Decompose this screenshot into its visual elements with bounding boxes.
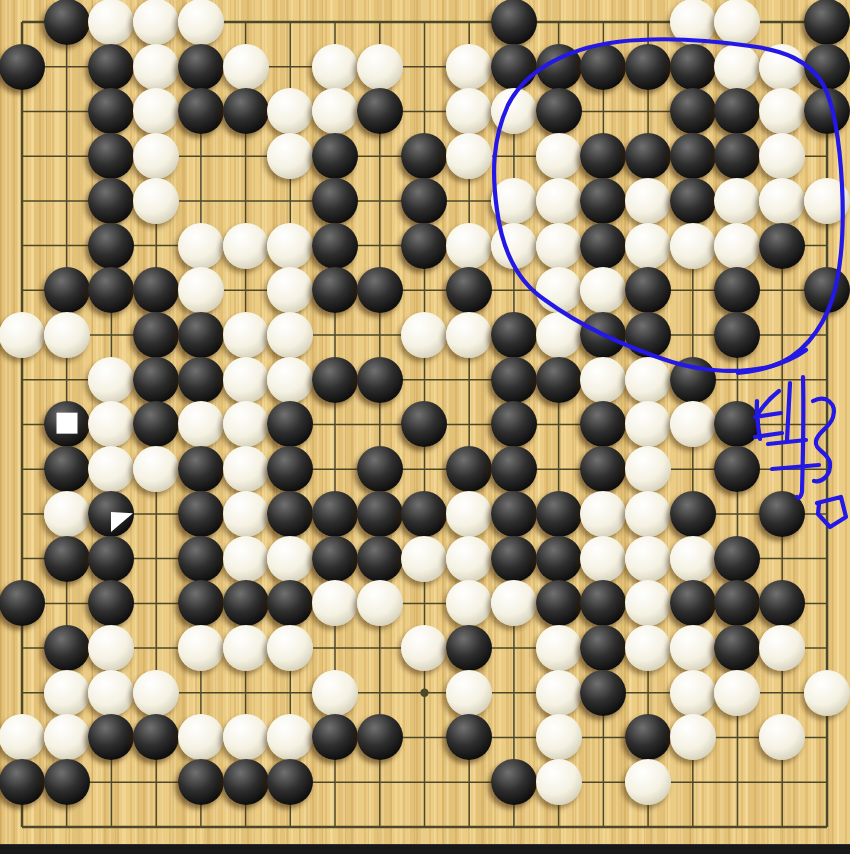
intersection-F12[interactable]	[223, 313, 268, 358]
intersection-D16[interactable]	[134, 134, 179, 179]
intersection-J6[interactable]	[357, 581, 402, 626]
intersection-F9[interactable]	[223, 447, 268, 492]
intersection-P16[interactable]	[626, 134, 671, 179]
intersection-J12[interactable]	[357, 313, 402, 358]
intersection-N7[interactable]	[536, 536, 581, 581]
intersection-E17[interactable]	[178, 89, 223, 134]
intersection-S18[interactable]	[760, 44, 805, 89]
intersection-J3[interactable]	[357, 715, 402, 760]
intersection-R14[interactable]	[715, 223, 760, 268]
intersection-N6[interactable]	[536, 581, 581, 626]
intersection-T18[interactable]	[805, 44, 850, 89]
intersection-H17[interactable]	[313, 89, 358, 134]
intersection-O4[interactable]	[581, 670, 626, 715]
intersection-D8[interactable]	[134, 492, 179, 537]
intersection-R10[interactable]	[715, 402, 760, 447]
intersection-S12[interactable]	[760, 313, 805, 358]
intersection-G15[interactable]	[268, 178, 313, 223]
intersection-S17[interactable]	[760, 89, 805, 134]
intersection-E3[interactable]	[178, 715, 223, 760]
intersection-K4[interactable]	[402, 670, 447, 715]
intersection-G6[interactable]	[268, 581, 313, 626]
intersection-L3[interactable]	[447, 715, 492, 760]
intersection-L6[interactable]	[447, 581, 492, 626]
intersection-T1[interactable]	[805, 805, 850, 850]
intersection-S10[interactable]	[760, 402, 805, 447]
intersection-A3[interactable]	[0, 715, 44, 760]
intersection-R17[interactable]	[715, 89, 760, 134]
intersection-J10[interactable]	[357, 402, 402, 447]
intersection-C2[interactable]	[89, 760, 134, 805]
intersection-O18[interactable]	[581, 44, 626, 89]
intersection-S1[interactable]	[760, 805, 805, 850]
intersection-G5[interactable]	[268, 626, 313, 671]
intersection-O6[interactable]	[581, 581, 626, 626]
intersection-Q4[interactable]	[670, 670, 715, 715]
intersection-G7[interactable]	[268, 536, 313, 581]
intersection-P13[interactable]	[626, 268, 671, 313]
intersection-K5[interactable]	[402, 626, 447, 671]
intersection-Q1[interactable]	[670, 805, 715, 850]
intersection-B15[interactable]	[44, 178, 89, 223]
intersection-C17[interactable]	[89, 89, 134, 134]
intersection-L19[interactable]	[447, 0, 492, 44]
intersection-N19[interactable]	[536, 0, 581, 44]
intersection-C5[interactable]	[89, 626, 134, 671]
intersection-E8[interactable]	[178, 492, 223, 537]
intersection-K19[interactable]	[402, 0, 447, 44]
intersection-C10[interactable]	[89, 402, 134, 447]
intersection-K8[interactable]	[402, 492, 447, 537]
intersection-Q11[interactable]	[670, 357, 715, 402]
intersection-G13[interactable]	[268, 268, 313, 313]
intersection-O5[interactable]	[581, 626, 626, 671]
intersection-B11[interactable]	[44, 357, 89, 402]
intersection-J14[interactable]	[357, 223, 402, 268]
intersection-F17[interactable]	[223, 89, 268, 134]
intersection-S9[interactable]	[760, 447, 805, 492]
intersection-P10[interactable]	[626, 402, 671, 447]
intersection-P9[interactable]	[626, 447, 671, 492]
intersection-A5[interactable]	[0, 626, 44, 671]
intersection-N17[interactable]	[536, 89, 581, 134]
intersection-F6[interactable]	[223, 581, 268, 626]
intersection-M15[interactable]	[492, 178, 537, 223]
intersection-R13[interactable]	[715, 268, 760, 313]
intersection-O8[interactable]	[581, 492, 626, 537]
intersection-G14[interactable]	[268, 223, 313, 268]
intersection-G8[interactable]	[268, 492, 313, 537]
intersection-N13[interactable]	[536, 268, 581, 313]
intersection-O3[interactable]	[581, 715, 626, 760]
intersection-P6[interactable]	[626, 581, 671, 626]
intersection-T4[interactable]	[805, 670, 850, 715]
intersection-Q16[interactable]	[670, 134, 715, 179]
intersection-M3[interactable]	[492, 715, 537, 760]
intersection-M8[interactable]	[492, 492, 537, 537]
intersection-L9[interactable]	[447, 447, 492, 492]
intersection-Q2[interactable]	[670, 760, 715, 805]
intersection-F4[interactable]	[223, 670, 268, 715]
intersection-F13[interactable]	[223, 268, 268, 313]
go-board[interactable]	[0, 0, 849, 849]
intersection-O13[interactable]	[581, 268, 626, 313]
intersection-D9[interactable]	[134, 447, 179, 492]
intersection-J11[interactable]	[357, 357, 402, 402]
intersection-K18[interactable]	[402, 44, 447, 89]
intersection-E18[interactable]	[178, 44, 223, 89]
intersection-C18[interactable]	[89, 44, 134, 89]
intersection-T14[interactable]	[805, 223, 850, 268]
intersection-L1[interactable]	[447, 805, 492, 850]
intersection-F16[interactable]	[223, 134, 268, 179]
intersection-N14[interactable]	[536, 223, 581, 268]
intersection-G12[interactable]	[268, 313, 313, 358]
intersection-T6[interactable]	[805, 581, 850, 626]
intersection-B1[interactable]	[44, 805, 89, 850]
intersection-T3[interactable]	[805, 715, 850, 760]
intersection-S6[interactable]	[760, 581, 805, 626]
intersection-E15[interactable]	[178, 178, 223, 223]
intersection-E19[interactable]	[178, 0, 223, 44]
intersection-J15[interactable]	[357, 178, 402, 223]
intersection-K10[interactable]	[402, 402, 447, 447]
intersection-B2[interactable]	[44, 760, 89, 805]
intersection-D14[interactable]	[134, 223, 179, 268]
intersection-B12[interactable]	[44, 313, 89, 358]
intersection-C1[interactable]	[89, 805, 134, 850]
intersection-T7[interactable]	[805, 536, 850, 581]
intersection-D5[interactable]	[134, 626, 179, 671]
intersection-C6[interactable]	[89, 581, 134, 626]
intersection-L2[interactable]	[447, 760, 492, 805]
intersection-S8[interactable]	[760, 492, 805, 537]
intersection-T8[interactable]	[805, 492, 850, 537]
intersection-D2[interactable]	[134, 760, 179, 805]
intersection-S3[interactable]	[760, 715, 805, 760]
intersection-A4[interactable]	[0, 670, 44, 715]
intersection-B17[interactable]	[44, 89, 89, 134]
intersection-K13[interactable]	[402, 268, 447, 313]
intersection-R18[interactable]	[715, 44, 760, 89]
intersection-C7[interactable]	[89, 536, 134, 581]
intersection-H7[interactable]	[313, 536, 358, 581]
intersection-S5[interactable]	[760, 626, 805, 671]
intersection-P18[interactable]	[626, 44, 671, 89]
intersection-A18[interactable]	[0, 44, 44, 89]
intersection-R2[interactable]	[715, 760, 760, 805]
intersection-D7[interactable]	[134, 536, 179, 581]
intersection-P14[interactable]	[626, 223, 671, 268]
intersection-M17[interactable]	[492, 89, 537, 134]
intersection-M11[interactable]	[492, 357, 537, 402]
intersection-P11[interactable]	[626, 357, 671, 402]
intersection-C14[interactable]	[89, 223, 134, 268]
intersection-Q6[interactable]	[670, 581, 715, 626]
intersection-Q12[interactable]	[670, 313, 715, 358]
intersection-T5[interactable]	[805, 626, 850, 671]
intersection-N11[interactable]	[536, 357, 581, 402]
intersection-H9[interactable]	[313, 447, 358, 492]
intersection-Q13[interactable]	[670, 268, 715, 313]
intersection-N3[interactable]	[536, 715, 581, 760]
intersection-Q5[interactable]	[670, 626, 715, 671]
intersection-N12[interactable]	[536, 313, 581, 358]
intersection-K11[interactable]	[402, 357, 447, 402]
intersection-D4[interactable]	[134, 670, 179, 715]
intersection-Q8[interactable]	[670, 492, 715, 537]
intersection-G17[interactable]	[268, 89, 313, 134]
intersection-A12[interactable]	[0, 313, 44, 358]
intersection-B5[interactable]	[44, 626, 89, 671]
intersection-A14[interactable]	[0, 223, 44, 268]
intersection-N16[interactable]	[536, 134, 581, 179]
intersection-A1[interactable]	[0, 805, 44, 850]
intersection-H6[interactable]	[313, 581, 358, 626]
intersection-A11[interactable]	[0, 357, 44, 402]
intersection-F19[interactable]	[223, 0, 268, 44]
intersection-E9[interactable]	[178, 447, 223, 492]
intersection-D6[interactable]	[134, 581, 179, 626]
intersection-N15[interactable]	[536, 178, 581, 223]
intersection-T12[interactable]	[805, 313, 850, 358]
intersection-E5[interactable]	[178, 626, 223, 671]
intersection-H1[interactable]	[313, 805, 358, 850]
intersection-P8[interactable]	[626, 492, 671, 537]
intersection-A15[interactable]	[0, 178, 44, 223]
intersection-E2[interactable]	[178, 760, 223, 805]
intersection-F2[interactable]	[223, 760, 268, 805]
intersection-C3[interactable]	[89, 715, 134, 760]
intersection-D17[interactable]	[134, 89, 179, 134]
intersection-E10[interactable]	[178, 402, 223, 447]
intersection-R8[interactable]	[715, 492, 760, 537]
intersection-H12[interactable]	[313, 313, 358, 358]
intersection-R15[interactable]	[715, 178, 760, 223]
intersection-J18[interactable]	[357, 44, 402, 89]
intersection-N8[interactable]	[536, 492, 581, 537]
intersection-A16[interactable]	[0, 134, 44, 179]
intersection-O17[interactable]	[581, 89, 626, 134]
intersection-D3[interactable]	[134, 715, 179, 760]
intersection-D10[interactable]	[134, 402, 179, 447]
intersection-K6[interactable]	[402, 581, 447, 626]
intersection-H11[interactable]	[313, 357, 358, 402]
intersection-H14[interactable]	[313, 223, 358, 268]
intersection-E4[interactable]	[178, 670, 223, 715]
intersection-R19[interactable]	[715, 0, 760, 44]
intersection-M4[interactable]	[492, 670, 537, 715]
intersection-R1[interactable]	[715, 805, 760, 850]
intersection-F5[interactable]	[223, 626, 268, 671]
intersection-T19[interactable]	[805, 0, 850, 44]
intersection-L12[interactable]	[447, 313, 492, 358]
intersection-M18[interactable]	[492, 44, 537, 89]
intersection-G1[interactable]	[268, 805, 313, 850]
intersection-K15[interactable]	[402, 178, 447, 223]
intersection-A17[interactable]	[0, 89, 44, 134]
intersection-P5[interactable]	[626, 626, 671, 671]
intersection-M14[interactable]	[492, 223, 537, 268]
intersection-G11[interactable]	[268, 357, 313, 402]
intersection-G9[interactable]	[268, 447, 313, 492]
intersection-B7[interactable]	[44, 536, 89, 581]
intersection-S19[interactable]	[760, 0, 805, 44]
intersection-Q19[interactable]	[670, 0, 715, 44]
intersection-A10[interactable]	[0, 402, 44, 447]
intersection-Q14[interactable]	[670, 223, 715, 268]
intersection-A13[interactable]	[0, 268, 44, 313]
intersection-H5[interactable]	[313, 626, 358, 671]
intersection-K17[interactable]	[402, 89, 447, 134]
intersection-O11[interactable]	[581, 357, 626, 402]
intersection-P1[interactable]	[626, 805, 671, 850]
intersection-N5[interactable]	[536, 626, 581, 671]
intersection-N10[interactable]	[536, 402, 581, 447]
intersection-F14[interactable]	[223, 223, 268, 268]
intersection-A8[interactable]	[0, 492, 44, 537]
intersection-T10[interactable]	[805, 402, 850, 447]
intersection-D12[interactable]	[134, 313, 179, 358]
intersection-E11[interactable]	[178, 357, 223, 402]
intersection-M6[interactable]	[492, 581, 537, 626]
intersection-K2[interactable]	[402, 760, 447, 805]
intersection-B6[interactable]	[44, 581, 89, 626]
intersection-H18[interactable]	[313, 44, 358, 89]
intersection-N9[interactable]	[536, 447, 581, 492]
intersection-M12[interactable]	[492, 313, 537, 358]
intersection-T11[interactable]	[805, 357, 850, 402]
intersection-O15[interactable]	[581, 178, 626, 223]
intersection-F15[interactable]	[223, 178, 268, 223]
intersection-L13[interactable]	[447, 268, 492, 313]
intersection-E16[interactable]	[178, 134, 223, 179]
intersection-L11[interactable]	[447, 357, 492, 402]
intersection-C12[interactable]	[89, 313, 134, 358]
intersection-T2[interactable]	[805, 760, 850, 805]
intersection-A6[interactable]	[0, 581, 44, 626]
intersection-K7[interactable]	[402, 536, 447, 581]
intersection-S7[interactable]	[760, 536, 805, 581]
intersection-Q3[interactable]	[670, 715, 715, 760]
intersection-H10[interactable]	[313, 402, 358, 447]
intersection-M7[interactable]	[492, 536, 537, 581]
intersection-E6[interactable]	[178, 581, 223, 626]
intersection-S11[interactable]	[760, 357, 805, 402]
intersection-Q10[interactable]	[670, 402, 715, 447]
intersection-E13[interactable]	[178, 268, 223, 313]
intersection-A7[interactable]	[0, 536, 44, 581]
intersection-M13[interactable]	[492, 268, 537, 313]
intersection-B9[interactable]	[44, 447, 89, 492]
intersection-D1[interactable]	[134, 805, 179, 850]
intersection-Q9[interactable]	[670, 447, 715, 492]
intersection-R3[interactable]	[715, 715, 760, 760]
intersection-E1[interactable]	[178, 805, 223, 850]
intersection-M9[interactable]	[492, 447, 537, 492]
intersection-Q18[interactable]	[670, 44, 715, 89]
intersection-J5[interactable]	[357, 626, 402, 671]
intersection-N4[interactable]	[536, 670, 581, 715]
intersection-H15[interactable]	[313, 178, 358, 223]
intersection-J19[interactable]	[357, 0, 402, 44]
intersection-L4[interactable]	[447, 670, 492, 715]
intersection-J17[interactable]	[357, 89, 402, 134]
intersection-Q15[interactable]	[670, 178, 715, 223]
intersection-C13[interactable]	[89, 268, 134, 313]
intersection-O12[interactable]	[581, 313, 626, 358]
intersection-P19[interactable]	[626, 0, 671, 44]
intersection-G4[interactable]	[268, 670, 313, 715]
intersection-G10[interactable]	[268, 402, 313, 447]
intersection-L16[interactable]	[447, 134, 492, 179]
intersection-M1[interactable]	[492, 805, 537, 850]
intersection-H2[interactable]	[313, 760, 358, 805]
intersection-J4[interactable]	[357, 670, 402, 715]
intersection-C19[interactable]	[89, 0, 134, 44]
intersection-P12[interactable]	[626, 313, 671, 358]
intersection-D19[interactable]	[134, 0, 179, 44]
intersection-H19[interactable]	[313, 0, 358, 44]
intersection-B8[interactable]	[44, 492, 89, 537]
intersection-G2[interactable]	[268, 760, 313, 805]
intersection-P4[interactable]	[626, 670, 671, 715]
intersection-B18[interactable]	[44, 44, 89, 89]
intersection-B19[interactable]	[44, 0, 89, 44]
intersection-S4[interactable]	[760, 670, 805, 715]
intersection-N2[interactable]	[536, 760, 581, 805]
intersection-C8[interactable]	[89, 492, 134, 537]
intersection-L10[interactable]	[447, 402, 492, 447]
intersection-K12[interactable]	[402, 313, 447, 358]
intersection-M10[interactable]	[492, 402, 537, 447]
intersection-N1[interactable]	[536, 805, 581, 850]
intersection-M5[interactable]	[492, 626, 537, 671]
intersection-J13[interactable]	[357, 268, 402, 313]
intersection-S13[interactable]	[760, 268, 805, 313]
intersection-M16[interactable]	[492, 134, 537, 179]
intersection-L8[interactable]	[447, 492, 492, 537]
intersection-J1[interactable]	[357, 805, 402, 850]
intersection-C16[interactable]	[89, 134, 134, 179]
intersection-D15[interactable]	[134, 178, 179, 223]
intersection-L14[interactable]	[447, 223, 492, 268]
intersection-F11[interactable]	[223, 357, 268, 402]
intersection-O7[interactable]	[581, 536, 626, 581]
intersection-E7[interactable]	[178, 536, 223, 581]
intersection-J8[interactable]	[357, 492, 402, 537]
intersection-J2[interactable]	[357, 760, 402, 805]
intersection-K9[interactable]	[402, 447, 447, 492]
intersection-R5[interactable]	[715, 626, 760, 671]
intersection-P15[interactable]	[626, 178, 671, 223]
intersection-F10[interactable]	[223, 402, 268, 447]
intersection-O10[interactable]	[581, 402, 626, 447]
intersection-A9[interactable]	[0, 447, 44, 492]
intersection-B4[interactable]	[44, 670, 89, 715]
intersection-P7[interactable]	[626, 536, 671, 581]
intersection-R4[interactable]	[715, 670, 760, 715]
intersection-T13[interactable]	[805, 268, 850, 313]
intersection-G19[interactable]	[268, 0, 313, 44]
intersection-A2[interactable]	[0, 760, 44, 805]
intersection-F7[interactable]	[223, 536, 268, 581]
intersection-F8[interactable]	[223, 492, 268, 537]
intersection-H16[interactable]	[313, 134, 358, 179]
intersection-F18[interactable]	[223, 44, 268, 89]
intersection-Q17[interactable]	[670, 89, 715, 134]
intersection-B14[interactable]	[44, 223, 89, 268]
